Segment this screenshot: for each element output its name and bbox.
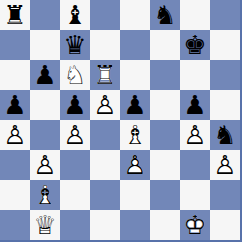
square-c2[interactable] [60, 180, 90, 210]
square-f3[interactable] [150, 150, 180, 180]
piece-white-pawn-icon[interactable]: ♟♙ [120, 150, 150, 180]
square-g3[interactable] [180, 150, 210, 180]
square-a4[interactable]: ♟♙ [0, 120, 30, 150]
square-g8[interactable] [180, 0, 210, 30]
piece-black-knight-icon[interactable]: ♞ [210, 120, 240, 150]
square-h8[interactable] [210, 0, 240, 30]
piece-white-rook-icon[interactable]: ♜♖ [90, 60, 120, 90]
white-piece-outline-layer: ♙ [0, 120, 30, 150]
square-b3[interactable]: ♟♙ [30, 150, 60, 180]
white-piece-outline-layer: ♙ [210, 150, 240, 180]
square-a6[interactable] [0, 60, 30, 90]
white-piece-outline-layer: ♙ [30, 150, 60, 180]
piece-black-pawn-icon[interactable]: ♟ [0, 90, 30, 120]
white-piece-outline-layer: ♙ [120, 150, 150, 180]
piece-black-pawn-icon[interactable]: ♟ [180, 90, 210, 120]
square-d7[interactable] [90, 30, 120, 60]
square-g2[interactable] [180, 180, 210, 210]
square-e6[interactable] [120, 60, 150, 90]
square-e7[interactable] [120, 30, 150, 60]
square-e8[interactable] [120, 0, 150, 30]
square-b8[interactable] [30, 0, 60, 30]
white-piece-outline-layer: ♘ [60, 60, 90, 90]
piece-black-queen-icon[interactable]: ♛ [60, 30, 90, 60]
square-g1[interactable]: ♚♔ [180, 210, 210, 240]
piece-white-pawn-icon[interactable]: ♟♙ [30, 150, 60, 180]
piece-black-pawn-icon[interactable]: ♟ [30, 60, 60, 90]
square-b6[interactable]: ♟ [30, 60, 60, 90]
piece-white-pawn-icon[interactable]: ♟♙ [60, 120, 90, 150]
square-c5[interactable]: ♟ [60, 90, 90, 120]
square-d1[interactable] [90, 210, 120, 240]
square-g5[interactable]: ♟ [180, 90, 210, 120]
piece-white-knight-icon[interactable]: ♞♘ [60, 60, 90, 90]
square-d4[interactable] [90, 120, 120, 150]
square-e2[interactable] [120, 180, 150, 210]
square-f7[interactable] [150, 30, 180, 60]
piece-black-bishop-icon[interactable]: ♝ [60, 0, 90, 30]
square-f1[interactable] [150, 210, 180, 240]
white-piece-outline-layer: ♕ [30, 210, 60, 240]
square-c7[interactable]: ♛ [60, 30, 90, 60]
white-piece-outline-layer: ♔ [180, 210, 210, 240]
square-a1[interactable] [0, 210, 30, 240]
white-piece-outline-layer: ♗ [30, 180, 60, 210]
white-piece-outline-layer: ♙ [90, 90, 120, 120]
square-g4[interactable]: ♟♙ [180, 120, 210, 150]
chess-board-frame: ♜♝♞♛♚♟♞♘♜♖♟♟♟♙♟♟♟♙♟♙♝♗♟♙♞♟♙♟♙♟♙♝♗♛♕♚♔ [0, 0, 242, 242]
chess-board: ♜♝♞♛♚♟♞♘♜♖♟♟♟♙♟♟♟♙♟♙♝♗♟♙♞♟♙♟♙♟♙♝♗♛♕♚♔ [0, 0, 240, 240]
piece-black-knight-icon[interactable]: ♞ [150, 0, 180, 30]
square-e5[interactable]: ♟ [120, 90, 150, 120]
square-h5[interactable] [210, 90, 240, 120]
piece-white-queen-icon[interactable]: ♛♕ [30, 210, 60, 240]
square-f8[interactable]: ♞ [150, 0, 180, 30]
square-b4[interactable] [30, 120, 60, 150]
square-d2[interactable] [90, 180, 120, 210]
square-f2[interactable] [150, 180, 180, 210]
square-h1[interactable] [210, 210, 240, 240]
square-f6[interactable] [150, 60, 180, 90]
piece-white-bishop-icon[interactable]: ♝♗ [30, 180, 60, 210]
square-h4[interactable]: ♞ [210, 120, 240, 150]
square-d6[interactable]: ♜♖ [90, 60, 120, 90]
square-f4[interactable] [150, 120, 180, 150]
piece-white-pawn-icon[interactable]: ♟♙ [180, 120, 210, 150]
square-a7[interactable] [0, 30, 30, 60]
square-b7[interactable] [30, 30, 60, 60]
piece-white-pawn-icon[interactable]: ♟♙ [0, 120, 30, 150]
white-piece-outline-layer: ♙ [180, 120, 210, 150]
square-a3[interactable] [0, 150, 30, 180]
square-f5[interactable] [150, 90, 180, 120]
square-d3[interactable] [90, 150, 120, 180]
square-d5[interactable]: ♟♙ [90, 90, 120, 120]
white-piece-outline-layer: ♖ [90, 60, 120, 90]
white-piece-outline-layer: ♙ [60, 120, 90, 150]
square-b5[interactable] [30, 90, 60, 120]
square-e3[interactable]: ♟♙ [120, 150, 150, 180]
square-c6[interactable]: ♞♘ [60, 60, 90, 90]
piece-black-pawn-icon[interactable]: ♟ [60, 90, 90, 120]
square-a5[interactable]: ♟ [0, 90, 30, 120]
piece-white-pawn-icon[interactable]: ♟♙ [210, 150, 240, 180]
piece-white-bishop-icon[interactable]: ♝♗ [120, 120, 150, 150]
piece-black-king-icon[interactable]: ♚ [180, 30, 210, 60]
piece-white-pawn-icon[interactable]: ♟♙ [90, 90, 120, 120]
piece-black-rook-icon[interactable]: ♜ [0, 0, 30, 30]
square-g7[interactable]: ♚ [180, 30, 210, 60]
square-e4[interactable]: ♝♗ [120, 120, 150, 150]
square-c3[interactable] [60, 150, 90, 180]
square-a8[interactable]: ♜ [0, 0, 30, 30]
square-h3[interactable]: ♟♙ [210, 150, 240, 180]
square-h7[interactable] [210, 30, 240, 60]
square-c4[interactable]: ♟♙ [60, 120, 90, 150]
square-b2[interactable]: ♝♗ [30, 180, 60, 210]
square-c1[interactable] [60, 210, 90, 240]
square-a2[interactable] [0, 180, 30, 210]
square-h2[interactable] [210, 180, 240, 210]
piece-white-king-icon[interactable]: ♚♔ [180, 210, 210, 240]
square-d8[interactable] [90, 0, 120, 30]
white-piece-outline-layer: ♗ [120, 120, 150, 150]
square-h6[interactable] [210, 60, 240, 90]
square-e1[interactable] [120, 210, 150, 240]
piece-black-pawn-icon[interactable]: ♟ [120, 90, 150, 120]
square-b1[interactable]: ♛♕ [30, 210, 60, 240]
square-c8[interactable]: ♝ [60, 0, 90, 30]
square-g6[interactable] [180, 60, 210, 90]
